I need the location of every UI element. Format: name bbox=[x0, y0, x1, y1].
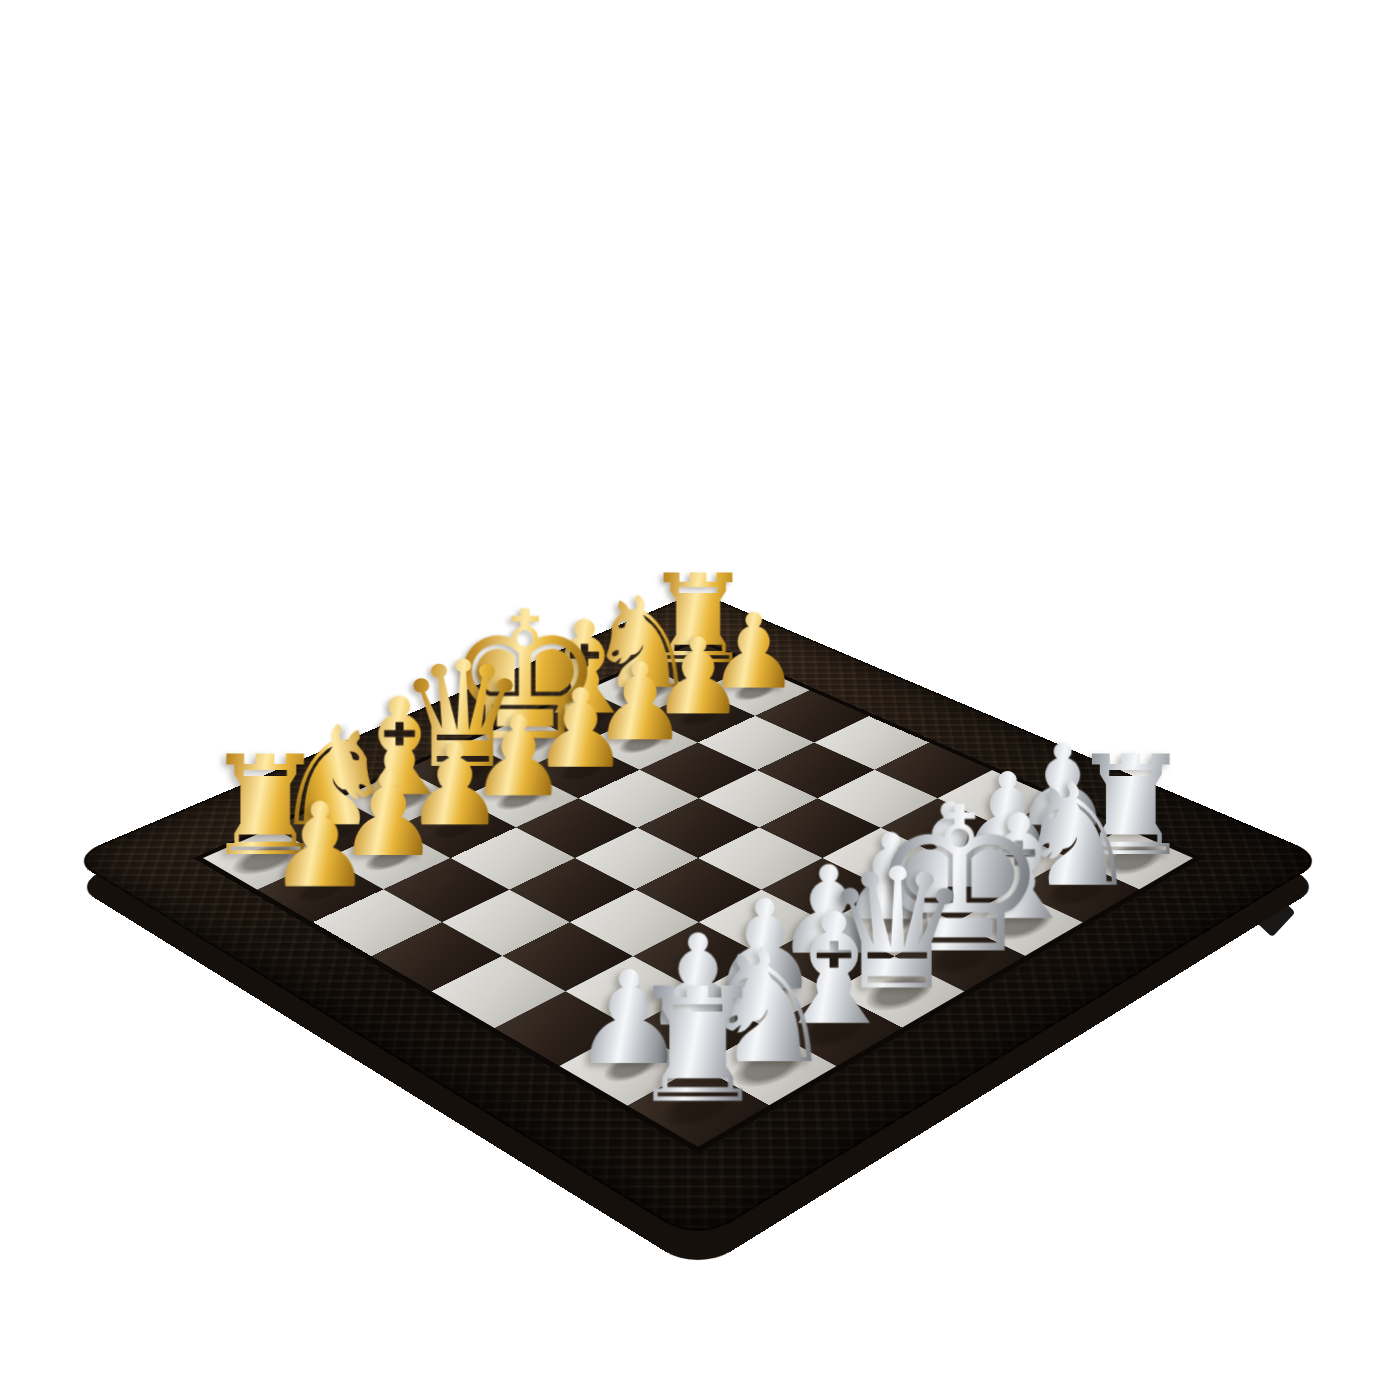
square-a1: ♜ bbox=[627, 1066, 768, 1147]
scene: ♜♞♝♛♚♝♞♜♟♟♟♟♟♟♟♟♟♟♟♟♟♟♟♟♜♞♝♛♚♝♞♜ bbox=[0, 0, 1400, 1400]
piece-silver-rook: ♜ bbox=[627, 968, 768, 1126]
board-grid: ♜♞♝♛♚♝♞♜♟♟♟♟♟♟♟♟♟♟♟♟♟♟♟♟♜♞♝♛♚♝♞♜ bbox=[203, 641, 1193, 1146]
chess-board: ♜♞♝♛♚♝♞♜♟♟♟♟♟♟♟♟♟♟♟♟♟♟♟♟♜♞♝♛♚♝♞♜ bbox=[69, 592, 1328, 1243]
product-photo: ♜♞♝♛♚♝♞♜♟♟♟♟♟♟♟♟♟♟♟♟♟♟♟♟♜♞♝♛♚♝♞♜ bbox=[0, 0, 1400, 1400]
piece-gold-pawn: ♟ bbox=[268, 788, 373, 905]
